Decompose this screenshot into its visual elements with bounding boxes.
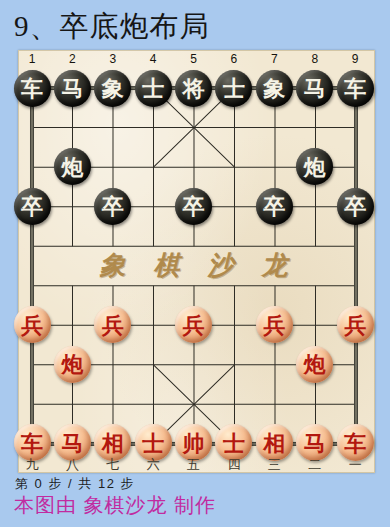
file-number-label: 9 [335,52,375,66]
file-number-label: 九 [12,456,52,474]
piece-black-r[interactable]: 车 [14,70,51,107]
piece-black-a[interactable]: 士 [135,70,172,107]
file-number-label: 三 [254,456,294,474]
file-number-label: 八 [52,456,92,474]
piece-red-p[interactable]: 兵 [94,306,131,343]
piece-red-c[interactable]: 炮 [296,346,333,383]
piece-red-p[interactable]: 兵 [175,306,212,343]
piece-black-a[interactable]: 士 [215,70,252,107]
file-numbers-top: 123456789 [12,52,377,66]
piece-red-p[interactable]: 兵 [256,306,293,343]
pieces-layer: 车马象士将士象马车炮炮卒卒卒卒卒兵兵兵兵兵炮炮车马相士帅士相马车 [12,68,376,462]
piece-black-n[interactable]: 马 [296,70,333,107]
piece-red-p[interactable]: 兵 [14,306,51,343]
page-title: 9、卒底炮布局 [14,7,210,47]
piece-black-c[interactable]: 炮 [296,148,333,185]
file-number-label: 4 [133,52,173,66]
piece-black-b[interactable]: 象 [256,70,293,107]
file-number-label: 六 [133,456,173,474]
file-number-label: 7 [254,52,294,66]
piece-black-c[interactable]: 炮 [54,148,91,185]
page: 9、卒底炮布局 123456789 象棋沙龙 车马象士将士象马车炮 [0,0,390,527]
piece-black-p[interactable]: 卒 [14,188,51,225]
file-number-label: 3 [93,52,133,66]
file-number-label: 一 [335,456,375,474]
file-numbers-bottom: 九八七六五四三二一 [12,456,377,474]
piece-red-c[interactable]: 炮 [54,346,91,383]
move-counter: 第 0 步 / 共 12 步 [15,475,135,493]
piece-black-k[interactable]: 将 [175,70,212,107]
piece-black-b[interactable]: 象 [94,70,131,107]
piece-black-p[interactable]: 卒 [94,188,131,225]
piece-red-p[interactable]: 兵 [337,306,374,343]
piece-black-p[interactable]: 卒 [337,188,374,225]
piece-black-n[interactable]: 马 [54,70,91,107]
file-number-label: 二 [295,456,335,474]
file-number-label: 七 [93,456,133,474]
file-number-label: 5 [173,52,213,66]
piece-black-p[interactable]: 卒 [175,188,212,225]
file-number-label: 6 [214,52,254,66]
credit-text: 本图由 象棋沙龙 制作 [14,492,216,519]
piece-black-r[interactable]: 车 [337,70,374,107]
file-number-label: 1 [12,52,52,66]
file-number-label: 2 [52,52,92,66]
file-number-label: 8 [295,52,335,66]
piece-black-p[interactable]: 卒 [256,188,293,225]
xiangqi-board: 123456789 象棋沙龙 车马象士将士象马车炮炮卒卒卒卒卒兵兵兵兵兵炮炮车马… [18,50,375,473]
file-number-label: 四 [214,456,254,474]
file-number-label: 五 [173,456,213,474]
